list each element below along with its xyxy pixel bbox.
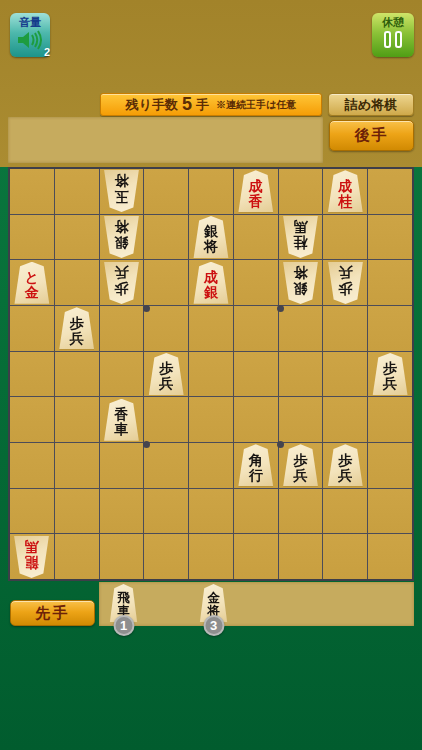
board-cell[interactable] — [279, 169, 323, 214]
board-cell[interactable] — [144, 534, 188, 579]
board-cell[interactable] — [10, 306, 54, 351]
board-cell[interactable] — [279, 352, 323, 397]
piece-kanji: 兵 — [338, 265, 352, 280]
board-cell[interactable] — [323, 352, 367, 397]
piece-kanji: 馬 — [25, 539, 39, 554]
board-cell[interactable]: 成香 — [234, 169, 278, 214]
board-cell[interactable]: 成銀 — [189, 260, 233, 305]
piece-kanji: 兵 — [114, 265, 128, 280]
board-cell[interactable]: 歩兵 — [323, 443, 367, 488]
tsume-shogi-button[interactable]: 詰め将棋 — [328, 93, 414, 116]
board-cell[interactable]: 玉将 — [100, 169, 144, 214]
board-cell[interactable] — [234, 397, 278, 442]
gote-button[interactable]: 後手 — [329, 120, 414, 151]
piece-kanji: 龍 — [25, 554, 39, 569]
board-cell[interactable] — [189, 352, 233, 397]
sente-button[interactable]: 先手 — [10, 600, 95, 626]
piece-kanji: 兵 — [159, 376, 173, 391]
piece-kanji: 桂 — [294, 234, 308, 249]
board-cell[interactable] — [55, 215, 99, 260]
board-cell[interactable] — [144, 443, 188, 488]
piece-歩兵-gote[interactable]: 歩兵 — [327, 262, 364, 304]
piece-kanji: 成 — [249, 179, 263, 194]
hand-count-badge: 1 — [113, 615, 134, 636]
piece-kanji: 銀 — [204, 285, 218, 300]
board-cell[interactable]: と金 — [10, 260, 54, 305]
board-cell[interactable] — [234, 534, 278, 579]
board-cell[interactable] — [234, 306, 278, 351]
board-cell[interactable] — [368, 443, 412, 488]
star-point — [143, 441, 150, 448]
star-point — [143, 305, 150, 312]
piece-歩兵-sente[interactable]: 歩兵 — [148, 353, 185, 395]
board-cell[interactable] — [10, 443, 54, 488]
board-cell[interactable] — [189, 169, 233, 214]
board-cell[interactable] — [55, 443, 99, 488]
board-cell[interactable] — [368, 397, 412, 442]
piece-kanji: 金 — [207, 592, 220, 606]
piece-歩兵-gote[interactable]: 歩兵 — [103, 262, 140, 304]
board-cell[interactable] — [10, 169, 54, 214]
piece-銀将-gote[interactable]: 銀将 — [103, 216, 140, 258]
break-label: 休憩 — [382, 16, 404, 28]
board-cell[interactable] — [234, 260, 278, 305]
volume-level: 2 — [44, 46, 50, 58]
piece-成銀-sente[interactable]: 成銀 — [192, 262, 229, 304]
board-cell[interactable] — [55, 260, 99, 305]
piece-歩兵-sente[interactable]: 歩兵 — [58, 307, 95, 349]
board-cell[interactable] — [144, 397, 188, 442]
piece-kanji: 兵 — [383, 376, 397, 391]
piece-kanji: 桂 — [338, 194, 352, 209]
piece-歩兵-sente[interactable]: 歩兵 — [372, 353, 409, 395]
board-cell[interactable] — [144, 306, 188, 351]
piece-kanji: 車 — [114, 422, 128, 437]
board-cell[interactable] — [144, 489, 188, 534]
piece-kanji: 将 — [204, 239, 218, 254]
piece-と金-sente[interactable]: と金 — [13, 262, 50, 304]
board-cell[interactable] — [323, 306, 367, 351]
piece-kanji: 歩 — [294, 453, 308, 468]
remaining-moves-count: 5 — [182, 94, 192, 115]
piece-kanji: 馬 — [294, 219, 308, 234]
board-cell[interactable] — [189, 397, 233, 442]
board-cell[interactable] — [144, 260, 188, 305]
hand-count-badge: 3 — [203, 615, 224, 636]
piece-kanji: 飛 — [117, 592, 130, 606]
piece-kanji: 歩 — [159, 361, 173, 376]
piece-kanji: 歩 — [114, 280, 128, 295]
board-cell[interactable] — [323, 215, 367, 260]
board-cell[interactable] — [368, 534, 412, 579]
piece-銀将-sente[interactable]: 銀将 — [192, 216, 229, 258]
board-cell[interactable] — [279, 534, 323, 579]
piece-玉将-gote[interactable]: 玉将 — [103, 170, 140, 212]
board-cell[interactable]: 銀将 — [189, 215, 233, 260]
board-cell[interactable] — [234, 215, 278, 260]
piece-kanji: 成 — [204, 270, 218, 285]
board-cell[interactable] — [144, 215, 188, 260]
piece-kanji: 銀 — [204, 224, 218, 239]
board-cell[interactable]: 成桂 — [323, 169, 367, 214]
star-point — [277, 441, 284, 448]
board-cell[interactable]: 銀将 — [279, 260, 323, 305]
piece-成桂-sente[interactable]: 成桂 — [327, 170, 364, 212]
piece-kanji: 行 — [249, 468, 263, 483]
piece-kanji: 香 — [114, 407, 128, 422]
board-cell[interactable] — [189, 443, 233, 488]
pause-icon — [384, 31, 402, 48]
piece-kanji: 将 — [114, 219, 128, 234]
board-cell[interactable] — [55, 489, 99, 534]
board-cell[interactable]: 歩兵 — [279, 443, 323, 488]
piece-角行-sente[interactable]: 角行 — [237, 444, 274, 486]
piece-kanji: 香 — [249, 194, 263, 209]
piece-kanji: 歩 — [338, 453, 352, 468]
board-cell[interactable] — [55, 169, 99, 214]
board-cell[interactable] — [100, 534, 144, 579]
board-cell[interactable] — [323, 534, 367, 579]
board-cell[interactable]: 香車 — [100, 397, 144, 442]
remaining-moves-banner: 残り手数 5 手 ※連続王手は任意 — [100, 93, 322, 116]
board-cell[interactable] — [368, 306, 412, 351]
board-cell[interactable]: 角行 — [234, 443, 278, 488]
gote-hand-tray — [8, 117, 323, 163]
piece-銀将-gote[interactable]: 銀将 — [282, 262, 319, 304]
piece-龍馬-gote[interactable]: 龍馬 — [13, 536, 50, 578]
piece-kanji: と — [25, 270, 39, 285]
board-cell[interactable]: 桂馬 — [279, 215, 323, 260]
board-cell[interactable]: 歩兵 — [368, 352, 412, 397]
piece-kanji: 歩 — [383, 361, 397, 376]
board-cell[interactable] — [323, 397, 367, 442]
piece-kanji: 角 — [249, 453, 263, 468]
board-cell[interactable] — [234, 352, 278, 397]
star-point — [277, 305, 284, 312]
board-grid: 玉将成香成桂銀将銀将桂馬と金歩兵成銀銀将歩兵歩兵歩兵歩兵香車角行歩兵歩兵龍馬 — [10, 169, 412, 579]
board-cell[interactable] — [10, 489, 54, 534]
board-cell[interactable]: 銀将 — [100, 215, 144, 260]
piece-kanji: 兵 — [294, 468, 308, 483]
board-cell[interactable] — [144, 169, 188, 214]
piece-歩兵-sente[interactable]: 歩兵 — [327, 444, 364, 486]
board-cell[interactable] — [368, 489, 412, 534]
piece-香車-sente[interactable]: 香車 — [103, 399, 140, 441]
hand-slot[interactable]: 飛車1 — [109, 584, 138, 622]
break-button[interactable]: 休憩 — [372, 13, 414, 57]
volume-label: 音量 — [19, 16, 41, 28]
board-cell[interactable] — [10, 215, 54, 260]
piece-成香-sente[interactable]: 成香 — [237, 170, 274, 212]
piece-kanji: 将 — [114, 174, 128, 189]
board-cell[interactable]: 歩兵 — [55, 306, 99, 351]
board-cell[interactable] — [234, 489, 278, 534]
board-cell[interactable] — [100, 306, 144, 351]
remaining-moves-unit: 手 — [196, 96, 209, 114]
board-cell[interactable] — [100, 443, 144, 488]
volume-button[interactable]: 音量 2 — [10, 13, 50, 57]
remaining-moves-prefix: 残り手数 — [126, 96, 178, 114]
board-cell[interactable] — [55, 534, 99, 579]
sente-hand-tray: 飛車1金将3 — [99, 582, 414, 626]
board-cell[interactable] — [368, 169, 412, 214]
board-cell[interactable] — [279, 397, 323, 442]
speaker-icon: 2 — [17, 30, 43, 54]
board-cell[interactable] — [55, 397, 99, 442]
board-cell[interactable] — [189, 489, 233, 534]
board-cell[interactable] — [100, 352, 144, 397]
board-cell[interactable] — [189, 306, 233, 351]
board-cell[interactable] — [10, 397, 54, 442]
board-cell[interactable] — [368, 215, 412, 260]
board-cell[interactable]: 歩兵 — [144, 352, 188, 397]
shogi-board: 玉将成香成桂銀将銀将桂馬と金歩兵成銀銀将歩兵歩兵歩兵歩兵香車角行歩兵歩兵龍馬 — [8, 167, 414, 581]
board-cell[interactable] — [368, 260, 412, 305]
board-cell[interactable]: 歩兵 — [323, 260, 367, 305]
board-cell[interactable] — [189, 534, 233, 579]
piece-桂馬-gote[interactable]: 桂馬 — [282, 216, 319, 258]
piece-kanji: 兵 — [338, 468, 352, 483]
piece-歩兵-sente[interactable]: 歩兵 — [282, 444, 319, 486]
hand-slot[interactable]: 金将3 — [199, 584, 228, 622]
board-cell[interactable] — [10, 352, 54, 397]
piece-kanji: 銀 — [294, 280, 308, 295]
piece-kanji: 成 — [338, 179, 352, 194]
board-cell[interactable] — [55, 352, 99, 397]
board-cell[interactable] — [279, 306, 323, 351]
piece-kanji: 金 — [25, 285, 39, 300]
piece-kanji: 歩 — [70, 316, 84, 331]
board-cell[interactable] — [100, 489, 144, 534]
piece-kanji: 歩 — [338, 280, 352, 295]
piece-kanji: 兵 — [70, 331, 84, 346]
board-cell[interactable] — [323, 489, 367, 534]
app-screen: 音量 2 休憩 残り手数 5 手 ※連続王手は任意 詰め将棋 後手 玉将成香成桂… — [0, 0, 422, 750]
board-cell[interactable] — [279, 489, 323, 534]
continuous-check-note: ※連続王手は任意 — [216, 98, 296, 112]
piece-kanji: 将 — [294, 265, 308, 280]
piece-kanji: 銀 — [114, 234, 128, 249]
board-cell[interactable]: 歩兵 — [100, 260, 144, 305]
piece-kanji: 玉 — [114, 189, 128, 204]
board-cell[interactable]: 龍馬 — [10, 534, 54, 579]
